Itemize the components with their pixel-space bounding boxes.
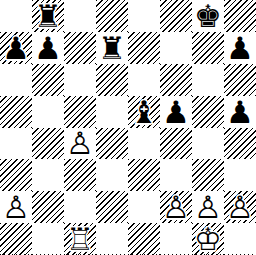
piece-glyph: ♟ — [160, 96, 192, 128]
square-h4[interactable] — [224, 128, 256, 160]
square-a1[interactable] — [0, 223, 32, 255]
piece-black-pawn[interactable]: ♟♟ — [224, 96, 256, 128]
square-d3[interactable] — [96, 159, 128, 191]
piece-white-king[interactable]: ♚♔ — [192, 223, 224, 255]
piece-white-pawn[interactable]: ♟♙ — [64, 128, 96, 160]
piece-glyph: ♟ — [0, 32, 32, 64]
piece-glyph: ♟ — [224, 32, 256, 64]
square-e5[interactable]: ♝♝ — [128, 96, 160, 128]
square-b1[interactable] — [32, 223, 64, 255]
square-a2[interactable]: ♟♙ — [0, 191, 32, 223]
square-g1[interactable]: ♚♔ — [192, 223, 224, 255]
square-h5[interactable]: ♟♟ — [224, 96, 256, 128]
piece-glyph: ♖ — [64, 223, 96, 255]
piece-glyph: ♟ — [224, 96, 256, 128]
piece-black-pawn[interactable]: ♟♟ — [160, 96, 192, 128]
square-c4[interactable]: ♟♙ — [64, 128, 96, 160]
square-h3[interactable] — [224, 159, 256, 191]
piece-glyph: ♚ — [192, 0, 224, 32]
square-c1[interactable]: ♜♖ — [64, 223, 96, 255]
piece-black-king[interactable]: ♚♚ — [192, 0, 224, 32]
square-f7[interactable] — [160, 32, 192, 64]
square-c7[interactable] — [64, 32, 96, 64]
piece-black-rook[interactable]: ♜♜ — [32, 0, 64, 32]
square-e3[interactable] — [128, 159, 160, 191]
piece-glyph: ♙ — [160, 191, 192, 223]
square-h6[interactable] — [224, 64, 256, 96]
chess-board: ♜♜♚♚♟♟♟♟♜♜♟♟♝♝♟♟♟♟♟♙♟♙♟♙♟♙♟♙♜♖♚♔ — [0, 0, 256, 255]
square-b2[interactable] — [32, 191, 64, 223]
piece-black-rook[interactable]: ♜♜ — [96, 32, 128, 64]
piece-black-pawn[interactable]: ♟♟ — [224, 32, 256, 64]
piece-white-pawn[interactable]: ♟♙ — [224, 191, 256, 223]
square-c2[interactable] — [64, 191, 96, 223]
square-c5[interactable] — [64, 96, 96, 128]
square-a3[interactable] — [0, 159, 32, 191]
piece-glyph: ♔ — [192, 223, 224, 255]
square-g5[interactable] — [192, 96, 224, 128]
square-h1[interactable] — [224, 223, 256, 255]
square-g4[interactable] — [192, 128, 224, 160]
square-a6[interactable] — [0, 64, 32, 96]
square-d5[interactable] — [96, 96, 128, 128]
piece-glyph: ♙ — [224, 191, 256, 223]
square-d8[interactable] — [96, 0, 128, 32]
square-a7[interactable]: ♟♟ — [0, 32, 32, 64]
square-g7[interactable] — [192, 32, 224, 64]
square-e1[interactable] — [128, 223, 160, 255]
square-f2[interactable]: ♟♙ — [160, 191, 192, 223]
square-b7[interactable]: ♟♟ — [32, 32, 64, 64]
square-a5[interactable] — [0, 96, 32, 128]
square-b3[interactable] — [32, 159, 64, 191]
square-f8[interactable] — [160, 0, 192, 32]
square-b4[interactable] — [32, 128, 64, 160]
piece-white-pawn[interactable]: ♟♙ — [160, 191, 192, 223]
piece-glyph: ♙ — [64, 128, 96, 160]
square-h8[interactable] — [224, 0, 256, 32]
square-b6[interactable] — [32, 64, 64, 96]
piece-glyph: ♜ — [96, 32, 128, 64]
square-e6[interactable] — [128, 64, 160, 96]
square-b5[interactable] — [32, 96, 64, 128]
piece-glyph: ♙ — [0, 191, 32, 223]
piece-white-pawn[interactable]: ♟♙ — [192, 191, 224, 223]
square-g8[interactable]: ♚♚ — [192, 0, 224, 32]
square-e4[interactable] — [128, 128, 160, 160]
square-g2[interactable]: ♟♙ — [192, 191, 224, 223]
square-f5[interactable]: ♟♟ — [160, 96, 192, 128]
square-f1[interactable] — [160, 223, 192, 255]
square-g6[interactable] — [192, 64, 224, 96]
square-c3[interactable] — [64, 159, 96, 191]
square-d6[interactable] — [96, 64, 128, 96]
square-d7[interactable]: ♜♜ — [96, 32, 128, 64]
piece-glyph: ♜ — [32, 0, 64, 32]
square-e7[interactable] — [128, 32, 160, 64]
piece-glyph: ♝ — [128, 96, 160, 128]
square-b8[interactable]: ♜♜ — [32, 0, 64, 32]
square-d4[interactable] — [96, 128, 128, 160]
piece-white-pawn[interactable]: ♟♙ — [0, 191, 32, 223]
square-d2[interactable] — [96, 191, 128, 223]
square-e2[interactable] — [128, 191, 160, 223]
square-g3[interactable] — [192, 159, 224, 191]
square-h2[interactable]: ♟♙ — [224, 191, 256, 223]
square-a8[interactable] — [0, 0, 32, 32]
square-h7[interactable]: ♟♟ — [224, 32, 256, 64]
square-f4[interactable] — [160, 128, 192, 160]
square-d1[interactable] — [96, 223, 128, 255]
square-f6[interactable] — [160, 64, 192, 96]
square-f3[interactable] — [160, 159, 192, 191]
piece-black-pawn[interactable]: ♟♟ — [0, 32, 32, 64]
piece-black-pawn[interactable]: ♟♟ — [32, 32, 64, 64]
piece-white-rook[interactable]: ♜♖ — [64, 223, 96, 255]
piece-black-bishop[interactable]: ♝♝ — [128, 96, 160, 128]
square-c6[interactable] — [64, 64, 96, 96]
square-e8[interactable] — [128, 0, 160, 32]
square-a4[interactable] — [0, 128, 32, 160]
piece-glyph: ♙ — [192, 191, 224, 223]
piece-glyph: ♟ — [32, 32, 64, 64]
square-c8[interactable] — [64, 0, 96, 32]
